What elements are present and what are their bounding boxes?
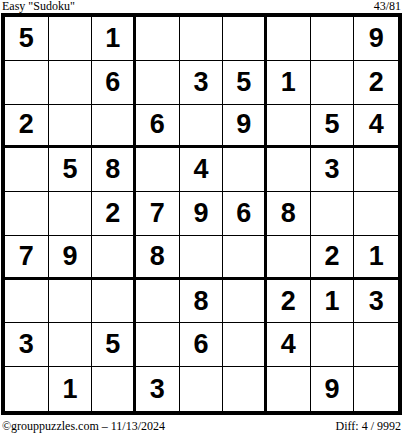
progress-counter: 43/81 — [374, 0, 401, 13]
cell-r5c7[interactable]: 8 — [267, 192, 311, 236]
cell-r1c1[interactable]: 5 — [5, 17, 49, 61]
cell-r8c8[interactable] — [311, 323, 355, 367]
cell-r2c1[interactable] — [5, 61, 49, 105]
difficulty-text: Diff: 4 / 9992 — [336, 419, 401, 433]
cell-r9c1[interactable] — [5, 367, 49, 411]
cell-r1c7[interactable] — [267, 17, 311, 61]
cell-r4c8[interactable]: 3 — [311, 148, 355, 192]
cell-r6c9[interactable]: 1 — [354, 236, 398, 280]
cell-r1c9[interactable]: 9 — [354, 17, 398, 61]
cell-r3c2[interactable] — [49, 105, 93, 149]
cell-r1c2[interactable] — [49, 17, 93, 61]
cell-r3c6[interactable]: 9 — [223, 105, 267, 149]
cell-r3c7[interactable] — [267, 105, 311, 149]
cell-r6c6[interactable] — [223, 236, 267, 280]
cell-r7c8[interactable]: 1 — [311, 280, 355, 324]
cell-r6c7[interactable] — [267, 236, 311, 280]
cell-r7c1[interactable] — [5, 280, 49, 324]
sudoku-board: 51963512269545843279687982182133564139 — [1, 13, 402, 415]
cell-r5c6[interactable]: 6 — [223, 192, 267, 236]
cell-r9c9[interactable] — [354, 367, 398, 411]
cell-r2c5[interactable]: 3 — [180, 61, 224, 105]
header: Easy "Sudoku" 43/81 — [2, 0, 401, 13]
cell-r5c3[interactable]: 2 — [92, 192, 136, 236]
cell-r5c2[interactable] — [49, 192, 93, 236]
cell-r9c5[interactable] — [180, 367, 224, 411]
cell-r9c4[interactable]: 3 — [136, 367, 180, 411]
cell-r2c2[interactable] — [49, 61, 93, 105]
cell-r6c2[interactable]: 9 — [49, 236, 93, 280]
cell-r6c4[interactable]: 8 — [136, 236, 180, 280]
cell-r2c8[interactable] — [311, 61, 355, 105]
cell-r6c5[interactable] — [180, 236, 224, 280]
cell-r7c6[interactable] — [223, 280, 267, 324]
cell-r6c1[interactable]: 7 — [5, 236, 49, 280]
cell-r2c6[interactable]: 5 — [223, 61, 267, 105]
cell-r9c8[interactable]: 9 — [311, 367, 355, 411]
cell-r3c9[interactable]: 4 — [354, 105, 398, 149]
cell-r2c7[interactable]: 1 — [267, 61, 311, 105]
cell-r3c5[interactable] — [180, 105, 224, 149]
cell-r1c5[interactable] — [180, 17, 224, 61]
puzzle-title: Easy "Sudoku" — [2, 0, 75, 13]
cell-r6c8[interactable]: 2 — [311, 236, 355, 280]
cell-r2c3[interactable]: 6 — [92, 61, 136, 105]
cell-r1c6[interactable] — [223, 17, 267, 61]
cell-r7c9[interactable]: 3 — [354, 280, 398, 324]
cell-r7c2[interactable] — [49, 280, 93, 324]
cell-r9c6[interactable] — [223, 367, 267, 411]
cell-r3c8[interactable]: 5 — [311, 105, 355, 149]
cell-r4c6[interactable] — [223, 148, 267, 192]
cell-r7c5[interactable]: 8 — [180, 280, 224, 324]
cell-r4c9[interactable] — [354, 148, 398, 192]
cell-r2c4[interactable] — [136, 61, 180, 105]
cell-r9c7[interactable] — [267, 367, 311, 411]
cell-r9c2[interactable]: 1 — [49, 367, 93, 411]
cell-r5c9[interactable] — [354, 192, 398, 236]
cell-r7c7[interactable]: 2 — [267, 280, 311, 324]
cell-r8c4[interactable] — [136, 323, 180, 367]
cell-r5c8[interactable] — [311, 192, 355, 236]
cell-r8c3[interactable]: 5 — [92, 323, 136, 367]
cell-r5c4[interactable]: 7 — [136, 192, 180, 236]
cell-r4c1[interactable] — [5, 148, 49, 192]
cell-r8c7[interactable]: 4 — [267, 323, 311, 367]
cell-r1c3[interactable]: 1 — [92, 17, 136, 61]
cell-r3c4[interactable]: 6 — [136, 105, 180, 149]
cell-r1c8[interactable] — [311, 17, 355, 61]
cell-r5c5[interactable]: 9 — [180, 192, 224, 236]
cell-r8c1[interactable]: 3 — [5, 323, 49, 367]
cell-r4c2[interactable]: 5 — [49, 148, 93, 192]
cell-r4c5[interactable]: 4 — [180, 148, 224, 192]
cell-r8c5[interactable]: 6 — [180, 323, 224, 367]
cell-r9c3[interactable] — [92, 367, 136, 411]
cell-r3c1[interactable]: 2 — [5, 105, 49, 149]
cell-r5c1[interactable] — [5, 192, 49, 236]
footer: ©grouppuzzles.com – 11/13/2024 Diff: 4 /… — [2, 419, 401, 433]
copyright-text: ©grouppuzzles.com – 11/13/2024 — [2, 419, 165, 433]
cell-r8c6[interactable] — [223, 323, 267, 367]
cell-r4c4[interactable] — [136, 148, 180, 192]
cell-r6c3[interactable] — [92, 236, 136, 280]
cell-r7c3[interactable] — [92, 280, 136, 324]
cell-r4c7[interactable] — [267, 148, 311, 192]
cell-r3c3[interactable] — [92, 105, 136, 149]
cell-r7c4[interactable] — [136, 280, 180, 324]
cell-r2c9[interactable]: 2 — [354, 61, 398, 105]
cell-r8c9[interactable] — [354, 323, 398, 367]
cell-r8c2[interactable] — [49, 323, 93, 367]
cell-r1c4[interactable] — [136, 17, 180, 61]
cell-r4c3[interactable]: 8 — [92, 148, 136, 192]
